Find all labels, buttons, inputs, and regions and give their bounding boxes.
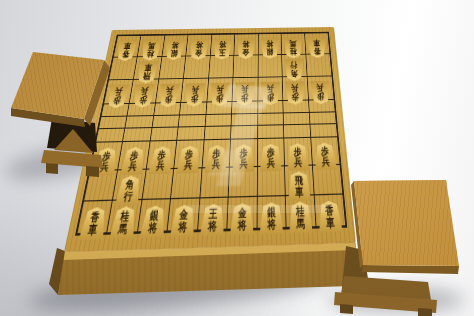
board-square[interactable]: 歩兵 [181,79,208,103]
board-square[interactable] [152,115,180,128]
board-square[interactable]: 歩兵 [283,77,309,101]
piece-sente-lance[interactable]: 香車 [78,207,109,240]
board-square[interactable]: 歩兵 [174,140,204,169]
board-square[interactable] [96,129,126,143]
board-square[interactable]: 桂馬 [138,36,165,58]
piece-sente-pawn[interactable]: 歩兵 [313,143,337,171]
board-square[interactable] [179,115,206,128]
board-square[interactable] [258,113,284,126]
board-square[interactable]: 玉将 [210,35,235,56]
board-square[interactable]: 桂馬 [282,34,306,55]
board-square[interactable] [150,128,178,142]
board-square[interactable]: 飛車 [134,57,162,80]
board-square[interactable]: 金将 [234,34,258,55]
board-square[interactable] [204,127,231,141]
board-square[interactable]: 歩兵 [311,137,340,165]
board-square[interactable] [258,126,285,140]
board-square[interactable] [177,127,205,141]
piece-sente-pawn[interactable]: 歩兵 [259,144,282,172]
board-square[interactable] [184,56,210,79]
piece-sente-pawn[interactable]: 歩兵 [176,146,201,174]
board-square[interactable] [306,54,332,77]
board-square[interactable] [310,124,337,137]
board-square[interactable]: 歩兵 [258,138,285,167]
board-square[interactable] [205,114,232,127]
piece-sente-pawn[interactable]: 歩兵 [286,143,310,171]
board-square[interactable] [258,55,283,78]
board-square[interactable]: 歩兵 [118,141,150,170]
board-square[interactable]: 歩兵 [130,79,159,104]
board-square[interactable] [309,112,336,125]
watermark-text [187,205,329,213]
board-square[interactable] [126,116,154,129]
board-square[interactable]: 王将 [198,198,229,230]
scene: 香車桂馬銀将金将玉将金将銀将桂馬香車飛車角行歩兵歩兵歩兵歩兵歩兵歩兵歩兵歩兵歩兵… [0,0,474,316]
piece-sente-knight[interactable]: 桂馬 [109,206,139,238]
board-square[interactable] [99,116,128,129]
board-square[interactable]: 香車 [305,33,330,54]
shogi-board[interactable]: 香車桂馬銀将金将玉将金将銀将桂馬香車飛車角行歩兵歩兵歩兵歩兵歩兵歩兵歩兵歩兵歩兵… [64,27,356,252]
board-square[interactable]: 金将 [168,198,200,230]
board-square[interactable] [284,125,311,138]
board-square[interactable]: 銀将 [258,34,282,55]
board-square[interactable]: 歩兵 [307,76,334,100]
board-square[interactable] [159,56,186,79]
board-square[interactable] [284,113,310,126]
board-square[interactable]: 角行 [282,55,307,78]
piece-sente-rook[interactable]: 飛車 [287,171,312,201]
board-square[interactable]: 歩兵 [284,138,312,166]
piece-sente-silver[interactable]: 銀将 [139,205,168,237]
board-square[interactable]: 歩兵 [146,141,177,170]
board-square[interactable]: 銀将 [138,199,171,231]
board-square[interactable] [123,128,152,142]
piece-sente-pawn[interactable]: 歩兵 [148,146,174,174]
board-square[interactable]: 銀将 [162,35,188,57]
board-square[interactable]: 金将 [186,35,212,57]
board-square[interactable]: 歩兵 [156,79,184,103]
